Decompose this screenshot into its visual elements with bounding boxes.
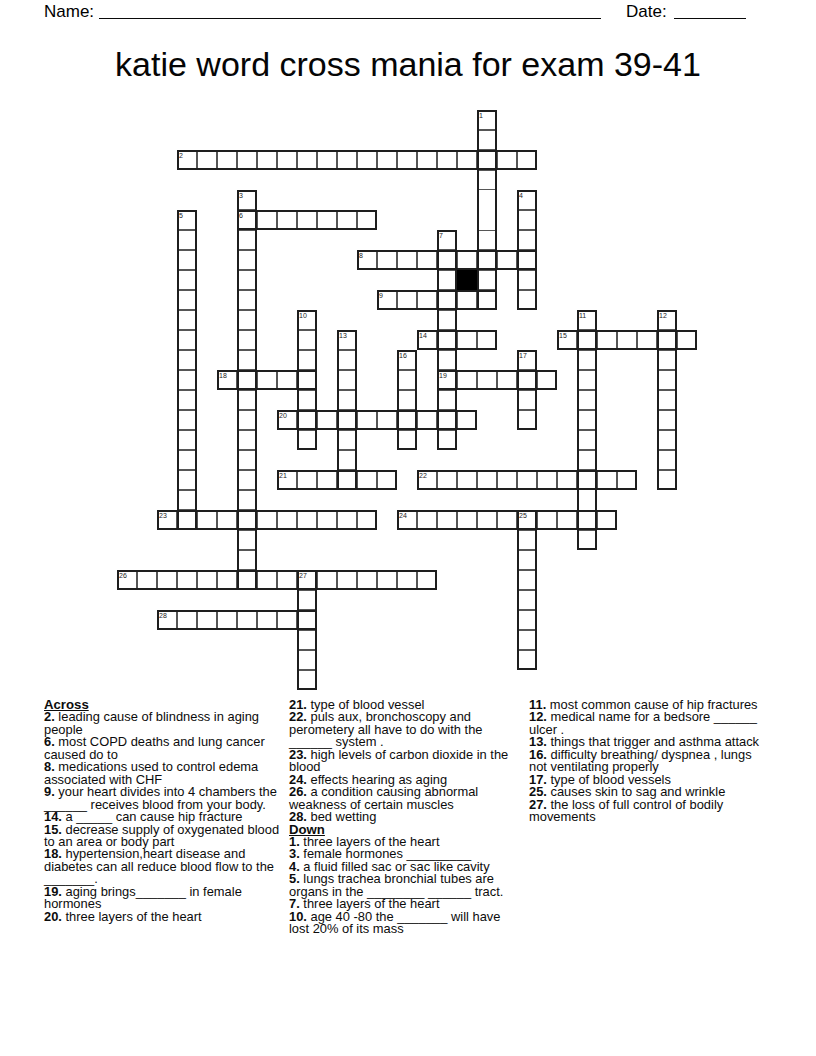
grid-cell-r17c27[interactable] (657, 450, 677, 470)
grid-cell-r9c15[interactable] (417, 290, 437, 310)
grid-cell-r13c16[interactable] (437, 370, 457, 390)
grid-cell-r2c16[interactable] (437, 150, 457, 170)
grid-cell-r15c8[interactable] (277, 410, 297, 430)
grid-cell-r13c11[interactable] (337, 370, 357, 390)
grid-cell-r19c6[interactable] (237, 490, 257, 510)
grid-cell-r11c9[interactable] (297, 330, 317, 350)
grid-cell-r14c23[interactable] (577, 390, 597, 410)
crossword-grid: 1234567891011121314151617181920212223242… (117, 110, 697, 690)
grid-cell-r12c6[interactable] (237, 350, 257, 370)
grid-cell-r13c8[interactable] (277, 370, 297, 390)
grid-cell-r4c20[interactable] (517, 190, 537, 210)
grid-cell-r15c9[interactable] (297, 410, 317, 430)
grid-cell-r18c20[interactable] (517, 470, 537, 490)
grid-cell-r11c22[interactable] (557, 330, 577, 350)
grid-cell-r23c4[interactable] (197, 570, 217, 590)
grid-cell-r20c4[interactable] (197, 510, 217, 530)
grid-cell-r17c11[interactable] (337, 450, 357, 470)
grid-cell-r18c18[interactable] (477, 470, 497, 490)
grid-cell-r11c17[interactable] (457, 330, 477, 350)
grid-cell-r20c9[interactable] (297, 510, 317, 530)
grid-cell-r15c17[interactable] (457, 410, 477, 430)
grid-cell-r13c3[interactable] (177, 370, 197, 390)
clue-across-8: 8. medications used to control edema ass… (44, 761, 285, 786)
grid-cell-r18c13[interactable] (377, 470, 397, 490)
grid-cell-r18c11[interactable] (337, 470, 357, 490)
grid-cell-r8c16[interactable] (437, 270, 457, 290)
grid-cell-r13c7[interactable] (257, 370, 277, 390)
grid-cell-r20c18[interactable] (477, 510, 497, 530)
clue-across-9: 9. your heart divides into 4 chambers th… (44, 786, 285, 811)
clues-column-3: 11. most common cause of hip fractures12… (529, 699, 770, 824)
grid-cell-r18c8[interactable] (277, 470, 297, 490)
grid-cell-r18c12[interactable] (357, 470, 377, 490)
grid-cell-r18c17[interactable] (457, 470, 477, 490)
grid-cell-r11c3[interactable] (177, 330, 197, 350)
clue-across-18: 18. hypertension,heart disease and diabe… (44, 848, 285, 885)
grid-cell-r7c16[interactable] (437, 250, 457, 270)
grid-cell-r18c3[interactable] (177, 470, 197, 490)
grid-cell-r17c6[interactable] (237, 450, 257, 470)
grid-cell-r9c18[interactable] (477, 290, 497, 310)
grid-cell-r23c13[interactable] (377, 570, 397, 590)
grid-cell-r18c10[interactable] (317, 470, 337, 490)
grid-cell-r7c12[interactable] (357, 250, 377, 270)
grid-cell-r2c18[interactable] (477, 150, 497, 170)
grid-cell-r20c16[interactable] (437, 510, 457, 530)
grid-cell-r13c6[interactable] (237, 370, 257, 390)
grid-cell-r15c6[interactable] (237, 410, 257, 430)
grid-cell-r2c15[interactable] (417, 150, 437, 170)
grid-cell-r2c20[interactable] (517, 150, 537, 170)
grid-cell-r14c9[interactable] (297, 390, 317, 410)
grid-cell-r20c3[interactable] (177, 510, 197, 530)
grid-cell-r16c16[interactable] (437, 430, 457, 450)
grid-cell-r14c6[interactable] (237, 390, 257, 410)
grid-cell-r9c3[interactable] (177, 290, 197, 310)
clue-across-26: 26. a condition causing abnormal weaknes… (289, 786, 523, 811)
grid-cell-r8c6[interactable] (237, 270, 257, 290)
clue-across-15: 15. decrease supply of oxygenated blood … (44, 824, 285, 849)
grid-cell-r23c20[interactable] (517, 570, 537, 590)
grid-cell-r2c13[interactable] (377, 150, 397, 170)
name-label: Name: (44, 2, 94, 22)
grid-cell-r25c20[interactable] (517, 610, 537, 630)
grid-cell-r14c16[interactable] (437, 390, 457, 410)
grid-cell-r22c6[interactable] (237, 550, 257, 570)
grid-cell-r26c9[interactable] (297, 630, 317, 650)
grid-cell-r20c6[interactable] (237, 510, 257, 530)
grid-cell-r14c14[interactable] (397, 390, 417, 410)
grid-cell-r25c4[interactable] (197, 610, 217, 630)
grid-cell-r23c15[interactable] (417, 570, 437, 590)
grid-cell-r18c19[interactable] (497, 470, 517, 490)
grid-cell-r23c10[interactable] (317, 570, 337, 590)
grid-cell-r20c20[interactable] (517, 510, 537, 530)
clue-down-10: 10. age 40 -80 the _______ will have los… (289, 911, 523, 936)
grid-cell-r20c23[interactable] (577, 510, 597, 530)
grid-cell-r18c27[interactable] (657, 470, 677, 490)
grid-cell-r13c19[interactable] (497, 370, 517, 390)
grid-cell-r3c18[interactable] (477, 170, 497, 190)
grid-cell-r11c16[interactable] (437, 330, 457, 350)
clue-across-19: 19. aging brings_______ in female hormon… (44, 886, 285, 911)
grid-cell-r6c16[interactable] (437, 230, 457, 250)
grid-cell-r19c3[interactable] (177, 490, 197, 510)
grid-cell-r11c23[interactable] (577, 330, 597, 350)
grid-cell-r9c14[interactable] (397, 290, 417, 310)
clue-down-27: 27. the loss of full control of bodily m… (529, 799, 770, 824)
grid-cell-r13c9[interactable] (297, 370, 317, 390)
grid-cell-r2c19[interactable] (497, 150, 517, 170)
clues-column-2: 21. type of blood vessel22. puls aux, br… (289, 699, 523, 936)
grid-cell-r23c2[interactable] (157, 570, 177, 590)
grid-cell-r20c2[interactable] (157, 510, 177, 530)
grid-cell-r15c11[interactable] (337, 410, 357, 430)
grid-cell-r16c14[interactable] (397, 430, 417, 450)
grid-cell-r12c20[interactable] (517, 350, 537, 370)
grid-cell-r11c27[interactable] (657, 330, 677, 350)
grid-cell-r11c24[interactable] (597, 330, 617, 350)
grid-cell-r8c20[interactable] (517, 270, 537, 290)
grid-cell-r18c23[interactable] (577, 470, 597, 490)
grid-cell-r23c7[interactable] (257, 570, 277, 590)
grid-cell-r20c17[interactable] (457, 510, 477, 530)
grid-cell-r13c14[interactable] (397, 370, 417, 390)
grid-cell-r23c12[interactable] (357, 570, 377, 590)
grid-cell-r20c12[interactable] (357, 510, 377, 530)
grid-cell-r12c16[interactable] (437, 350, 457, 370)
date-label: Date: (626, 2, 667, 22)
grid-cell-r2c11[interactable] (337, 150, 357, 170)
clues-column-1: Across2. leading cause of blindness in a… (44, 699, 285, 923)
grid-cell-r25c9[interactable] (297, 610, 317, 630)
grid-cell-r5c8[interactable] (277, 210, 297, 230)
grid-cell-r25c8[interactable] (277, 610, 297, 630)
grid-cell-r27c9[interactable] (297, 650, 317, 670)
grid-cell-r10c6[interactable] (237, 310, 257, 330)
grid-cell-r1c18[interactable] (477, 130, 497, 150)
grid-cell-r16c27[interactable] (657, 430, 677, 450)
grid-cell-r7c15[interactable] (417, 250, 437, 270)
grid-cell-r15c15[interactable] (417, 410, 437, 430)
grid-cell-r15c27[interactable] (657, 410, 677, 430)
name-line[interactable] (99, 18, 601, 19)
grid-cell-r11c26[interactable] (637, 330, 657, 350)
grid-cell-r2c17[interactable] (457, 150, 477, 170)
grid-cell-r16c23[interactable] (577, 430, 597, 450)
grid-cell-r4c6[interactable] (237, 190, 257, 210)
grid-cell-r18c16[interactable] (437, 470, 457, 490)
grid-cell-r6c20[interactable] (517, 230, 537, 250)
grid-cell-r23c11[interactable] (337, 570, 357, 590)
grid-cell-r12c11[interactable] (337, 350, 357, 370)
grid-cell-r20c11[interactable] (337, 510, 357, 530)
grid-cell-r18c6[interactable] (237, 470, 257, 490)
grid-cell-r13c17[interactable] (457, 370, 477, 390)
grid-cell-r23c0[interactable] (117, 570, 137, 590)
grid-cell-r10c16[interactable] (437, 310, 457, 330)
clue-across-2: 2. leading cause of blindness in aging p… (44, 711, 285, 736)
grid-cell-r18c9[interactable] (297, 470, 317, 490)
grid-cell-r14c11[interactable] (337, 390, 357, 410)
grid-cell-r5c20[interactable] (517, 210, 537, 230)
grid-cell-r23c14[interactable] (397, 570, 417, 590)
grid-cell-r14c20[interactable] (517, 390, 537, 410)
grid-cell-r14c3[interactable] (177, 390, 197, 410)
grid-cell-r5c12[interactable] (357, 210, 377, 230)
grid-cell-r20c19[interactable] (497, 510, 517, 530)
grid-cell-r7c14[interactable] (397, 250, 417, 270)
grid-cell-r2c9[interactable] (297, 150, 317, 170)
grid-cell-r11c11[interactable] (337, 330, 357, 350)
grid-cell-r25c3[interactable] (177, 610, 197, 630)
grid-cell-r2c10[interactable] (317, 150, 337, 170)
grid-cell-r13c5[interactable] (217, 370, 237, 390)
grid-cell-r20c7[interactable] (257, 510, 277, 530)
grid-cell-r7c17[interactable] (457, 250, 477, 270)
grid-cell-r13c18[interactable] (477, 370, 497, 390)
grid-cell-r22c20[interactable] (517, 550, 537, 570)
grid-cell-r2c12[interactable] (357, 150, 377, 170)
grid-cell-r14c27[interactable] (657, 390, 677, 410)
grid-cell-r9c16[interactable] (437, 290, 457, 310)
grid-cell-r20c15[interactable] (417, 510, 437, 530)
grid-cell-r17c3[interactable] (177, 450, 197, 470)
grid-cell-r15c20[interactable] (517, 410, 537, 430)
grid-cell-r13c21[interactable] (537, 370, 557, 390)
grid-cell-r11c25[interactable] (617, 330, 637, 350)
grid-cell-r24c9[interactable] (297, 590, 317, 610)
grid-cell-r25c6[interactable] (237, 610, 257, 630)
grid-cell-r12c9[interactable] (297, 350, 317, 370)
grid-cell-r9c13[interactable] (377, 290, 397, 310)
grid-cell-r23c9[interactable] (297, 570, 317, 590)
grid-cell-r9c20[interactable] (517, 290, 537, 310)
grid-cell-r27c20[interactable] (517, 650, 537, 670)
grid-cell-r20c14[interactable] (397, 510, 417, 530)
grid-cell-r10c27[interactable] (657, 310, 677, 330)
grid-cell-r20c24[interactable] (597, 510, 617, 530)
grid-cell-r2c6[interactable] (237, 150, 257, 170)
black-cell (457, 270, 477, 290)
grid-cell-r15c14[interactable] (397, 410, 417, 430)
grid-cell-r23c8[interactable] (277, 570, 297, 590)
grid-cell-r10c3[interactable] (177, 310, 197, 330)
grid-cell-r17c23[interactable] (577, 450, 597, 470)
grid-cell-r18c22[interactable] (557, 470, 577, 490)
grid-cell-r12c23[interactable] (577, 350, 597, 370)
grid-cell-r5c10[interactable] (317, 210, 337, 230)
grid-cell-r2c7[interactable] (257, 150, 277, 170)
grid-cell-r2c8[interactable] (277, 150, 297, 170)
grid-cell-r2c4[interactable] (197, 150, 217, 170)
clue-across-23: 23. high levels of carbon dioxide in the… (289, 749, 523, 774)
grid-cell-r16c11[interactable] (337, 430, 357, 450)
grid-cell-r11c28[interactable] (677, 330, 697, 350)
clue-down-16: 16. difficulty breathing/ dyspnea , lung… (529, 749, 770, 774)
grid-cell-r21c20[interactable] (517, 530, 537, 550)
clue-across-20: 20. three layers of the heart (44, 911, 285, 923)
grid-cell-r15c16[interactable] (437, 410, 457, 430)
grid-cell-r0c18[interactable] (477, 110, 497, 130)
grid-cell-r7c20[interactable] (517, 250, 537, 270)
grid-cell-r7c13[interactable] (377, 250, 397, 270)
grid-cell-r5c6[interactable] (237, 210, 257, 230)
grid-cell-r13c23[interactable] (577, 370, 597, 390)
clue-across-6: 6. most COPD deaths and lung cancer caus… (44, 736, 285, 761)
grid-cell-r23c5[interactable] (217, 570, 237, 590)
grid-cell-r23c6[interactable] (237, 570, 257, 590)
grid-cell-r9c6[interactable] (237, 290, 257, 310)
grid-cell-r25c5[interactable] (217, 610, 237, 630)
grid-cell-r2c5[interactable] (217, 150, 237, 170)
grid-cell-r18c21[interactable] (537, 470, 557, 490)
grid-cell-r20c22[interactable] (557, 510, 577, 530)
grid-cell-r26c20[interactable] (517, 630, 537, 650)
grid-cell-r7c6[interactable] (237, 250, 257, 270)
grid-cell-r12c27[interactable] (657, 350, 677, 370)
grid-cell-r10c23[interactable] (577, 310, 597, 330)
grid-cell-r16c3[interactable] (177, 430, 197, 450)
grid-cell-r25c7[interactable] (257, 610, 277, 630)
grid-cell-r8c3[interactable] (177, 270, 197, 290)
grid-cell-r21c6[interactable] (237, 530, 257, 550)
grid-cell-r11c15[interactable] (417, 330, 437, 350)
clue-down-12: 12. medical name for a bedsore ______ ul… (529, 711, 770, 736)
grid-cell-r6c3[interactable] (177, 230, 197, 250)
grid-cell-r21c23[interactable] (577, 530, 597, 550)
grid-cell-r20c8[interactable] (277, 510, 297, 530)
grid-cell-r18c15[interactable] (417, 470, 437, 490)
grid-cell-r24c20[interactable] (517, 590, 537, 610)
grid-cell-r5c9[interactable] (297, 210, 317, 230)
grid-cell-r20c5[interactable] (217, 510, 237, 530)
grid-cell-r8c18[interactable] (477, 270, 497, 290)
grid-cell-r12c3[interactable] (177, 350, 197, 370)
grid-cell-r16c9[interactable] (297, 430, 317, 450)
grid-cell-r5c3[interactable] (177, 210, 197, 230)
grid-cell-r11c6[interactable] (237, 330, 257, 350)
date-line[interactable] (674, 18, 746, 19)
grid-cell-r7c19[interactable] (497, 250, 517, 270)
grid-cell-r23c3[interactable] (177, 570, 197, 590)
grid-cell-r7c18[interactable] (477, 250, 497, 270)
grid-cell-r18c25[interactable] (617, 470, 637, 490)
grid-cell-r10c9[interactable] (297, 310, 317, 330)
grid-cell-r7c3[interactable] (177, 250, 197, 270)
grid-cell-r15c10[interactable] (317, 410, 337, 430)
clue-across-22: 22. puls aux, bronchoscopy and perometer… (289, 711, 523, 748)
grid-cell-r12c14[interactable] (397, 350, 417, 370)
grid-cell-r23c1[interactable] (137, 570, 157, 590)
grid-cell-r15c12[interactable] (357, 410, 377, 430)
grid-cell-r6c6[interactable] (237, 230, 257, 250)
grid-cell-r2c14[interactable] (397, 150, 417, 170)
grid-cell-r13c20[interactable] (517, 370, 537, 390)
grid-cell-r16c6[interactable] (237, 430, 257, 450)
grid-cell-r15c13[interactable] (377, 410, 397, 430)
grid-cell-r20c10[interactable] (317, 510, 337, 530)
grid-cell-r28c9[interactable] (297, 670, 317, 690)
grid-cell-r18c24[interactable] (597, 470, 617, 490)
grid-cell-r2c3[interactable] (177, 150, 197, 170)
grid-cell-r5c7[interactable] (257, 210, 277, 230)
grid-cell-r6c18[interactable] (477, 230, 497, 250)
grid-cell-r25c2[interactable] (157, 610, 177, 630)
grid-cell-r15c3[interactable] (177, 410, 197, 430)
grid-cell-r13c27[interactable] (657, 370, 677, 390)
grid-cell-r11c18[interactable] (477, 330, 497, 350)
grid-cell-r5c11[interactable] (337, 210, 357, 230)
puzzle-title: katie word cross mania for exam 39-41 (0, 44, 816, 84)
grid-cell-r15c23[interactable] (577, 410, 597, 430)
clue-down-5: 5. lungs trachea bronchial tubes are org… (289, 873, 523, 898)
grid-cell-r20c21[interactable] (537, 510, 557, 530)
grid-cell-r9c17[interactable] (457, 290, 477, 310)
